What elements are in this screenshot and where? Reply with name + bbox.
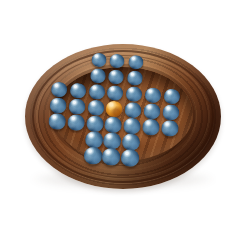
blue-marble[interactable] [68,98,86,115]
cell-r4c4 [122,118,142,135]
cell-r1c3 [107,68,127,85]
blue-marble[interactable] [51,81,68,97]
cell-r5c1 [65,130,85,147]
blue-marble[interactable] [163,88,180,104]
blue-marble[interactable] [88,84,105,100]
cell-r6c3 [102,148,122,165]
cell-r2c6 [162,88,182,105]
orange-marble[interactable] [106,101,124,118]
blue-marble[interactable] [108,69,124,85]
blue-marble[interactable] [89,68,105,84]
blue-marble[interactable] [84,131,103,149]
cell-r2c5 [143,87,163,104]
cell-r6c5 [139,151,159,168]
blue-marble[interactable] [123,117,141,134]
cell-r4c3 [104,116,124,133]
cell-r2c4 [124,86,144,103]
cell-r5c6 [159,136,179,153]
cell-r3c6 [161,104,181,121]
cell-r3c3 [105,100,125,117]
cell-r1c6 [163,72,183,89]
cell-r5c5 [140,135,160,152]
blue-marble[interactable] [91,52,107,67]
cell-r0c2 [89,51,109,68]
blue-marble[interactable] [143,103,161,120]
cell-r0c6 [164,56,184,73]
blue-marble[interactable] [110,54,126,69]
cell-r0c5 [145,55,165,72]
blue-marble[interactable] [87,99,105,116]
blue-marble[interactable] [102,148,122,167]
cell-r1c0 [50,65,70,82]
blue-marble[interactable] [49,97,67,114]
cell-r5c0 [46,129,66,146]
cell-r3c2 [86,99,106,116]
cell-r2c1 [68,82,88,99]
blue-marble[interactable] [127,70,143,86]
blue-marble[interactable] [86,115,104,132]
cell-r0c1 [70,50,90,67]
cell-r0c3 [108,53,128,70]
cell-r0c4 [126,54,146,71]
cell-r2c3 [106,84,126,101]
cell-r6c0 [45,145,65,162]
cell-r4c1 [66,114,86,131]
cell-r4c5 [141,119,161,136]
blue-marble[interactable] [161,120,179,137]
cell-r3c5 [142,103,162,120]
blue-marble[interactable] [145,87,162,103]
cell-r4c6 [160,120,180,137]
cell-r6c6 [158,152,178,169]
cell-r6c4 [121,149,141,166]
cell-r3c0 [48,97,68,114]
blue-marble[interactable] [104,116,122,133]
cell-r2c2 [87,83,107,100]
cell-r4c2 [85,115,105,132]
photo-stage [0,0,236,236]
cell-r6c1 [64,146,84,163]
blue-marble[interactable] [107,85,124,101]
cell-r5c4 [122,134,142,151]
blue-marble[interactable] [142,119,160,136]
blue-marble[interactable] [128,55,144,70]
blue-marble[interactable] [125,102,143,119]
blue-marble[interactable] [83,146,103,165]
cell-r6c2 [83,147,103,164]
blue-marble[interactable] [69,83,86,99]
blue-marble[interactable] [103,132,122,150]
blue-marble[interactable] [162,104,180,121]
cell-r5c2 [84,131,104,148]
cell-r2c0 [49,81,69,98]
blue-marble[interactable] [121,149,141,168]
blue-marble[interactable] [126,86,143,102]
solitaire-grid [46,49,184,154]
cell-r1c5 [144,71,164,88]
cell-r1c2 [88,67,108,84]
blue-marble[interactable] [122,133,141,151]
cell-r1c4 [125,70,145,87]
cell-r3c4 [123,102,143,119]
cell-r4c0 [47,113,67,130]
cell-r0c0 [51,49,71,66]
cell-r5c3 [103,132,123,149]
blue-marble[interactable] [48,113,66,130]
blue-marble[interactable] [67,114,85,131]
cell-r3c1 [67,98,87,115]
cell-r1c1 [69,66,89,83]
